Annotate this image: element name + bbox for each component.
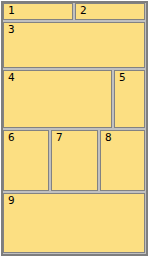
cell-5: 5 [114,70,145,128]
cell-9: 9 [3,193,145,253]
cell-2: 2 [75,3,145,20]
cell-8: 8 [100,130,145,191]
cell-6: 6 [3,130,49,191]
layout-panel: 1 2 3 4 5 6 7 8 9 [1,1,148,256]
cell-1: 1 [3,3,73,20]
cell-7: 7 [51,130,98,191]
cell-4: 4 [3,70,112,128]
page-background: 1 2 3 4 5 6 7 8 9 [0,0,150,258]
cell-3: 3 [3,22,145,68]
